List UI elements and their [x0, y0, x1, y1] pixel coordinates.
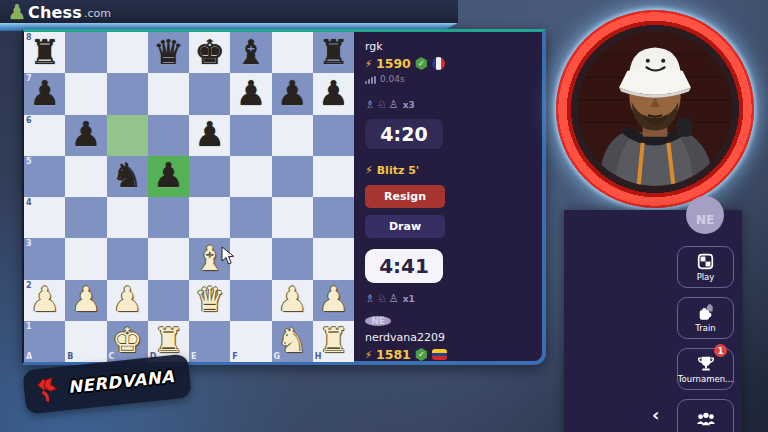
opponent-rating: 1590: [376, 56, 411, 71]
white-pawn: ♟: [112, 282, 142, 316]
player-rating: 1581: [376, 347, 411, 361]
square-f3[interactable]: [230, 238, 271, 279]
square-h8[interactable]: ♜: [313, 32, 354, 73]
sidebar-item-label: Play: [697, 272, 715, 282]
square-b2[interactable]: ♟: [65, 280, 106, 321]
chesscom-logo-tld: .com: [84, 7, 111, 20]
top-bar: ♟ Chess .com: [0, 0, 458, 24]
square-d7[interactable]: [148, 73, 189, 114]
square-b6[interactable]: ♟: [65, 115, 106, 156]
captured-pawn-icon: ♙: [389, 98, 399, 111]
rank-label: 3: [26, 239, 32, 248]
square-a3[interactable]: 3: [24, 238, 65, 279]
black-pawn: ♟: [153, 158, 183, 192]
square-c2[interactable]: ♟: [107, 280, 148, 321]
black-rook: ♜: [318, 35, 348, 69]
square-e2[interactable]: ♛: [189, 280, 230, 321]
square-b1[interactable]: B: [65, 321, 106, 362]
white-knight: ♞: [277, 323, 307, 357]
chesscom-sidebar-panel: NE Play Train: [564, 210, 742, 432]
chesscom-logo: Chess: [28, 3, 82, 22]
square-c3[interactable]: [107, 238, 148, 279]
black-pawn: ♟: [277, 76, 307, 110]
black-knight: ♞: [112, 158, 142, 192]
square-g5[interactable]: [272, 156, 313, 197]
square-e1[interactable]: E: [189, 321, 230, 362]
white-queen: ♛: [194, 282, 224, 316]
sidebar-item-train[interactable]: Train: [677, 297, 734, 339]
chesscom-pawn-icon: ♟: [8, 2, 26, 22]
notification-badge: 1: [714, 344, 727, 357]
white-pawn: ♟: [71, 282, 101, 316]
square-c4[interactable]: [107, 197, 148, 238]
sidebar-item-tournaments[interactable]: 1 Tournamen...: [677, 348, 734, 390]
streamer-webcam: [556, 10, 754, 208]
blitz-bolt-icon: ⚡: [365, 164, 373, 177]
rank-label: 6: [26, 116, 32, 125]
rank-label: 1: [26, 322, 32, 331]
streamer-video: [578, 32, 732, 186]
venezuela-flag-icon: [432, 349, 447, 360]
player-avatar: NE: [365, 316, 391, 326]
square-b5[interactable]: [65, 156, 106, 197]
chess-board[interactable]: 8♜♛♚♝♜7♟♟♟♟6♟♟5♞♟43♝2♟♟♟♛♟♟1ABC♚D♜EFG♞H♜: [24, 32, 354, 362]
game-info-panel: rgk ⚡ 1590 ✓ 0.04s ♗ ♘ ♙ x3 4:20 ⚡ Blitz…: [354, 32, 542, 361]
square-h5[interactable]: [313, 156, 354, 197]
square-e8[interactable]: ♚: [189, 32, 230, 73]
black-pawn: ♟: [29, 76, 59, 110]
file-label: E: [191, 352, 196, 361]
square-d3[interactable]: [148, 238, 189, 279]
sidebar-item-play[interactable]: Play: [677, 246, 734, 288]
square-a7[interactable]: 7♟: [24, 73, 65, 114]
black-pawn: ♟: [236, 76, 266, 110]
square-d2[interactable]: [148, 280, 189, 321]
white-pawn: ♟: [318, 282, 348, 316]
black-bishop: ♝: [236, 35, 266, 69]
square-e3[interactable]: ♝: [189, 238, 230, 279]
captured-pieces-bottom: ♗ ♘ ♙ x1: [365, 292, 542, 305]
signal-bars-icon: [365, 76, 376, 84]
square-g4[interactable]: [272, 197, 313, 238]
square-e4[interactable]: [189, 197, 230, 238]
game-mode-label: Blitz 5': [377, 164, 419, 177]
verified-badge-icon: ✓: [415, 57, 428, 70]
square-g6[interactable]: [272, 115, 313, 156]
captured-count: x3: [403, 100, 415, 110]
square-a2[interactable]: 2♟: [24, 280, 65, 321]
white-rook: ♜: [153, 323, 183, 357]
puzzle-icon: [697, 304, 715, 321]
rank-label: 4: [26, 198, 32, 207]
black-pawn: ♟: [318, 76, 348, 110]
opponent-clock: 4:20: [365, 119, 443, 149]
stream-frame: ♟ Chess .com 8♜♛♚♝♜7♟♟♟♟6♟♟5♞♟43♝2♟♟♟♛♟♟…: [0, 0, 768, 432]
captured-pawn-icon: ♙: [389, 292, 399, 305]
opponent-latency: 0.04s: [380, 74, 405, 84]
square-b4[interactable]: [65, 197, 106, 238]
captured-count: x1: [403, 294, 415, 304]
streamer-portrait: [578, 32, 732, 186]
square-d4[interactable]: [148, 197, 189, 238]
square-h3[interactable]: [313, 238, 354, 279]
square-c6[interactable]: [107, 115, 148, 156]
black-pawn: ♟: [71, 117, 101, 151]
white-bishop: ♝: [194, 241, 224, 275]
square-g3[interactable]: [272, 238, 313, 279]
square-f1[interactable]: F: [230, 321, 271, 362]
collapse-chevron-icon[interactable]: ‹: [652, 406, 659, 424]
square-h6[interactable]: [313, 115, 354, 156]
sidebar-item-social[interactable]: [677, 399, 734, 432]
white-pawn: ♟: [29, 282, 59, 316]
square-e5[interactable]: [189, 156, 230, 197]
square-g2[interactable]: ♟: [272, 280, 313, 321]
square-f7[interactable]: ♟: [230, 73, 271, 114]
square-c8[interactable]: [107, 32, 148, 73]
square-c7[interactable]: [107, 73, 148, 114]
square-b3[interactable]: [65, 238, 106, 279]
sidebar-item-label: Tournamen...: [678, 374, 733, 384]
square-b8[interactable]: [65, 32, 106, 73]
square-f8[interactable]: ♝: [230, 32, 271, 73]
black-king: ♚: [194, 35, 224, 69]
captured-bishop-icon: ♗: [365, 292, 375, 305]
square-b7[interactable]: [65, 73, 106, 114]
square-f4[interactable]: [230, 197, 271, 238]
verified-badge-icon: ✓: [415, 348, 428, 361]
sidebar-item-label: Train: [695, 323, 715, 333]
blitz-bolt-icon: ⚡: [365, 58, 372, 69]
sidebar-nav: Play Train 1: [677, 246, 734, 432]
square-c1[interactable]: C♚: [107, 321, 148, 362]
square-a8[interactable]: 8♜: [24, 32, 65, 73]
white-pawn: ♟: [277, 282, 307, 316]
square-d6[interactable]: [148, 115, 189, 156]
rank-label: 5: [26, 157, 32, 166]
board-icon: [697, 253, 714, 270]
square-h7[interactable]: ♟: [313, 73, 354, 114]
black-rook: ♜: [29, 35, 59, 69]
player-clock: 4:41: [365, 249, 443, 283]
black-queen: ♛: [153, 35, 183, 69]
square-g7[interactable]: ♟: [272, 73, 313, 114]
sidebar-avatar: NE: [686, 196, 724, 234]
draw-button[interactable]: Draw: [365, 215, 445, 238]
square-h4[interactable]: [313, 197, 354, 238]
file-label: A: [26, 352, 32, 361]
square-f6[interactable]: [230, 115, 271, 156]
square-e6[interactable]: ♟: [189, 115, 230, 156]
square-g8[interactable]: [272, 32, 313, 73]
france-flag-icon: [432, 57, 445, 70]
white-king: ♚: [112, 323, 142, 357]
square-e7[interactable]: [189, 73, 230, 114]
captured-knight-icon: ♘: [377, 292, 387, 305]
square-f5[interactable]: [230, 156, 271, 197]
opponent-username: rgk: [365, 40, 542, 53]
file-label: B: [67, 352, 73, 361]
square-h2[interactable]: ♟: [313, 280, 354, 321]
captured-bishop-icon: ♗: [365, 98, 375, 111]
square-h1[interactable]: H♜: [313, 321, 354, 362]
captured-knight-icon: ♘: [377, 98, 387, 111]
black-pawn: ♟: [194, 117, 224, 151]
square-d8[interactable]: ♛: [148, 32, 189, 73]
square-a4[interactable]: 4: [24, 197, 65, 238]
resign-button[interactable]: Resign: [365, 185, 445, 208]
trophy-icon: [697, 355, 715, 372]
square-a6[interactable]: 6: [24, 115, 65, 156]
white-rook: ♜: [318, 323, 348, 357]
square-a5[interactable]: 5: [24, 156, 65, 197]
captured-pieces-top: ♗ ♘ ♙ x3: [365, 98, 542, 111]
file-label: F: [232, 352, 237, 361]
blitz-bolt-icon: ⚡: [365, 349, 372, 360]
game-window: 8♜♛♚♝♜7♟♟♟♟6♟♟5♞♟43♝2♟♟♟♛♟♟1ABC♚D♜EFG♞H♜…: [22, 29, 546, 365]
square-g1[interactable]: G♞: [272, 321, 313, 362]
people-icon: [696, 411, 716, 427]
square-f2[interactable]: [230, 280, 271, 321]
nerdvana-logo-icon: [33, 374, 64, 405]
player-username: nerdvana2209: [365, 331, 542, 344]
square-d5[interactable]: ♟: [148, 156, 189, 197]
square-a1[interactable]: 1A: [24, 321, 65, 362]
streamer-brand-text: NERDVANA: [67, 367, 175, 397]
square-c5[interactable]: ♞: [107, 156, 148, 197]
